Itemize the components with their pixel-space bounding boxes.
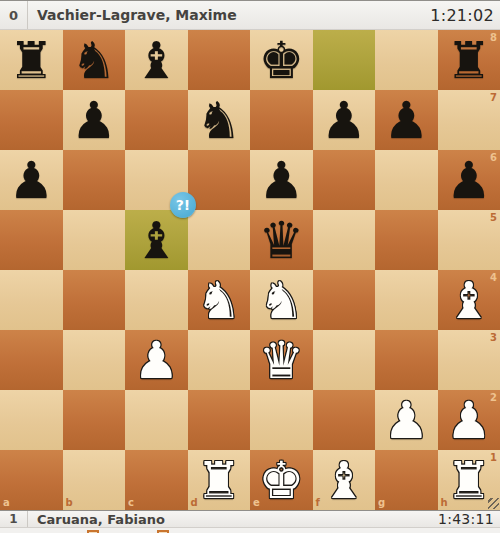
square-a5[interactable] — [0, 210, 63, 270]
square-c3[interactable]: ♟ — [125, 330, 188, 390]
square-d6[interactable] — [188, 150, 251, 210]
square-b6[interactable] — [63, 150, 126, 210]
square-f1[interactable]: f♝ — [313, 450, 376, 510]
square-d2[interactable] — [188, 390, 251, 450]
square-d3[interactable] — [188, 330, 251, 390]
square-c7[interactable] — [125, 90, 188, 150]
square-d8[interactable] — [188, 30, 251, 90]
square-c1[interactable]: c — [125, 450, 188, 510]
player-name-bottom: Caruana, Fabiano — [28, 512, 438, 527]
white-pawn-h2[interactable]: ♟ — [438, 390, 500, 450]
square-f8[interactable] — [313, 30, 376, 90]
white-bishop-f1[interactable]: ♝ — [313, 450, 376, 510]
square-h5[interactable]: 5 — [438, 210, 500, 270]
square-a2[interactable] — [0, 390, 63, 450]
square-h4[interactable]: 4♝ — [438, 270, 500, 330]
square-b8[interactable]: ♞ — [63, 30, 126, 90]
player-bar-top: 0 Vachier-Lagrave, Maxime 1:21:02 — [0, 0, 500, 30]
black-pawn-e6[interactable]: ♟ — [250, 150, 313, 210]
square-g8[interactable] — [375, 30, 438, 90]
white-pawn-g2[interactable]: ♟ — [375, 390, 438, 450]
square-e4[interactable]: ♞ — [250, 270, 313, 330]
white-knight-e4[interactable]: ♞ — [250, 270, 313, 330]
white-queen-e3[interactable]: ♛ — [250, 330, 313, 390]
player-name-top: Vachier-Lagrave, Maxime — [28, 7, 430, 23]
square-e5[interactable]: ♛ — [250, 210, 313, 270]
white-rook-d1[interactable]: ♜ — [188, 450, 251, 510]
square-e3[interactable]: ♛ — [250, 330, 313, 390]
black-knight-d7[interactable]: ♞ — [188, 90, 251, 150]
square-h3[interactable]: 3 — [438, 330, 500, 390]
coord-file-b: b — [66, 498, 73, 508]
black-pawn-h6[interactable]: ♟ — [438, 150, 500, 210]
square-b4[interactable] — [63, 270, 126, 330]
white-pawn-c3[interactable]: ♟ — [125, 330, 188, 390]
square-c2[interactable] — [125, 390, 188, 450]
square-d4[interactable]: ♞ — [188, 270, 251, 330]
square-b1[interactable]: b — [63, 450, 126, 510]
clock-top: 1:21:02 — [430, 6, 500, 25]
square-g5[interactable] — [375, 210, 438, 270]
square-c5[interactable]: ♝ — [125, 210, 188, 270]
square-h2[interactable]: 2♟ — [438, 390, 500, 450]
white-bishop-h4[interactable]: ♝ — [438, 270, 500, 330]
square-d1[interactable]: d♜ — [188, 450, 251, 510]
black-bishop-c5[interactable]: ♝ — [125, 210, 188, 270]
square-a3[interactable] — [0, 330, 63, 390]
white-knight-d4[interactable]: ♞ — [188, 270, 251, 330]
square-a7[interactable] — [0, 90, 63, 150]
black-pawn-b7[interactable]: ♟ — [63, 90, 126, 150]
square-f7[interactable]: ♟ — [313, 90, 376, 150]
coord-file-a: a — [3, 498, 10, 508]
square-a4[interactable] — [0, 270, 63, 330]
white-king-e1[interactable]: ♚ — [250, 450, 313, 510]
dubious-move-badge: ?! — [170, 192, 196, 218]
square-g6[interactable] — [375, 150, 438, 210]
chess-board[interactable]: ♜♞♝♚8♜♟♞♟♟7♟♟6♟♝♛5♞♞4♝♟♛3♟2♟abcd♜e♚f♝g1h… — [0, 30, 500, 510]
square-f6[interactable] — [313, 150, 376, 210]
player-bar-bottom: 1 Caruana, Fabiano 1:43:11 — [0, 510, 500, 528]
score-bottom: 1 — [0, 511, 28, 527]
square-a1[interactable]: a — [0, 450, 63, 510]
coord-file-c: c — [128, 498, 134, 508]
chess-broadcast-window: 0 Vachier-Lagrave, Maxime 1:21:02 ♜♞♝♚8♜… — [0, 0, 500, 533]
coord-rank-3: 3 — [490, 333, 497, 343]
coord-rank-5: 5 — [490, 213, 497, 223]
black-pawn-g7[interactable]: ♟ — [375, 90, 438, 150]
square-e2[interactable] — [250, 390, 313, 450]
black-queen-e5[interactable]: ♛ — [250, 210, 313, 270]
footer-strip — [0, 528, 500, 533]
black-pawn-f7[interactable]: ♟ — [313, 90, 376, 150]
square-e6[interactable]: ♟ — [250, 150, 313, 210]
square-h8[interactable]: 8♜ — [438, 30, 500, 90]
square-a8[interactable]: ♜ — [0, 30, 63, 90]
square-b5[interactable] — [63, 210, 126, 270]
square-f5[interactable] — [313, 210, 376, 270]
coord-rank-7: 7 — [490, 93, 497, 103]
square-g2[interactable]: ♟ — [375, 390, 438, 450]
black-knight-b8[interactable]: ♞ — [63, 30, 126, 90]
black-rook-a8[interactable]: ♜ — [0, 30, 63, 90]
coord-file-g: g — [378, 498, 385, 508]
square-b2[interactable] — [63, 390, 126, 450]
square-e8[interactable]: ♚ — [250, 30, 313, 90]
black-rook-h8[interactable]: ♜ — [438, 30, 500, 90]
square-f4[interactable] — [313, 270, 376, 330]
square-d5[interactable] — [188, 210, 251, 270]
square-g3[interactable] — [375, 330, 438, 390]
board-resize-handle[interactable] — [488, 498, 499, 509]
black-king-e8[interactable]: ♚ — [250, 30, 313, 90]
square-g4[interactable] — [375, 270, 438, 330]
square-b7[interactable]: ♟ — [63, 90, 126, 150]
clock-bottom: 1:43:11 — [438, 511, 500, 527]
square-h6[interactable]: 6♟ — [438, 150, 500, 210]
square-b3[interactable] — [63, 330, 126, 390]
black-bishop-c8[interactable]: ♝ — [125, 30, 188, 90]
black-pawn-a6[interactable]: ♟ — [0, 150, 63, 210]
square-h7[interactable]: 7 — [438, 90, 500, 150]
square-f2[interactable] — [313, 390, 376, 450]
square-f3[interactable] — [313, 330, 376, 390]
square-e7[interactable] — [250, 90, 313, 150]
score-top: 0 — [0, 1, 28, 29]
square-g1[interactable]: g — [375, 450, 438, 510]
square-c4[interactable] — [125, 270, 188, 330]
square-d7[interactable]: ♞ — [188, 90, 251, 150]
square-g7[interactable]: ♟ — [375, 90, 438, 150]
square-a6[interactable]: ♟ — [0, 150, 63, 210]
square-c8[interactable]: ♝ — [125, 30, 188, 90]
square-e1[interactable]: e♚ — [250, 450, 313, 510]
